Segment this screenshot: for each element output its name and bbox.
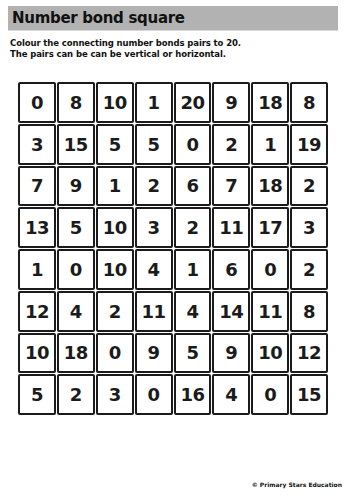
grid-cell-r3c2[interactable]: 9 xyxy=(57,166,95,207)
grid-cell-r1c1[interactable]: 0 xyxy=(18,82,56,123)
grid-cell-r1c8[interactable]: 8 xyxy=(290,82,328,123)
grid-cell-r7c2[interactable]: 18 xyxy=(57,333,95,374)
grid-cell-r6c7[interactable]: 11 xyxy=(251,291,289,332)
grid-cell-r8c1[interactable]: 5 xyxy=(18,374,56,415)
grid-cell-r5c1[interactable]: 1 xyxy=(18,249,56,290)
grid-cell-r5c2[interactable]: 0 xyxy=(57,249,95,290)
grid-cell-r5c6[interactable]: 6 xyxy=(212,249,250,290)
grid-cell-r4c1[interactable]: 13 xyxy=(18,207,56,248)
worksheet-page: Number bond square Colour the connecting… xyxy=(0,0,346,500)
grid-cell-r7c5[interactable]: 5 xyxy=(174,333,212,374)
grid-cell-r2c6[interactable]: 2 xyxy=(212,124,250,165)
grid-cell-r3c6[interactable]: 7 xyxy=(212,166,250,207)
grid-cell-r5c5[interactable]: 1 xyxy=(174,249,212,290)
grid-cell-r8c3[interactable]: 3 xyxy=(96,374,134,415)
grid-cell-r7c1[interactable]: 10 xyxy=(18,333,56,374)
grid-cell-r1c7[interactable]: 18 xyxy=(251,82,289,123)
grid-cell-r6c6[interactable]: 14 xyxy=(212,291,250,332)
grid-cell-r8c5[interactable]: 16 xyxy=(174,374,212,415)
grid-cell-r1c4[interactable]: 1 xyxy=(135,82,173,123)
grid-cell-r3c8[interactable]: 2 xyxy=(290,166,328,207)
grid-cell-r3c4[interactable]: 2 xyxy=(135,166,173,207)
grid-cell-r4c5[interactable]: 2 xyxy=(174,207,212,248)
bond-grid: 0810120918831555021197912671821351032111… xyxy=(18,82,328,415)
grid-cell-r8c4[interactable]: 0 xyxy=(135,374,173,415)
grid-cell-r1c5[interactable]: 20 xyxy=(174,82,212,123)
grid-cell-r1c3[interactable]: 10 xyxy=(96,82,134,123)
grid-cell-r4c7[interactable]: 17 xyxy=(251,207,289,248)
grid-cell-r3c5[interactable]: 6 xyxy=(174,166,212,207)
grid-cell-r2c4[interactable]: 5 xyxy=(135,124,173,165)
grid-cell-r8c6[interactable]: 4 xyxy=(212,374,250,415)
grid-cell-r4c4[interactable]: 3 xyxy=(135,207,173,248)
grid-cell-r2c3[interactable]: 5 xyxy=(96,124,134,165)
instruction-line-2: The pairs can be can be vertical or hori… xyxy=(10,49,241,60)
grid-cell-r6c8[interactable]: 8 xyxy=(290,291,328,332)
grid-cell-r3c1[interactable]: 7 xyxy=(18,166,56,207)
grid-cell-r6c5[interactable]: 4 xyxy=(174,291,212,332)
grid-cell-r7c4[interactable]: 9 xyxy=(135,333,173,374)
grid-cell-r8c8[interactable]: 15 xyxy=(290,374,328,415)
grid-cell-r6c4[interactable]: 11 xyxy=(135,291,173,332)
grid-cell-r6c3[interactable]: 2 xyxy=(96,291,134,332)
page-title: Number bond square xyxy=(12,9,185,27)
title-bar: Number bond square xyxy=(8,6,338,31)
grid-cell-r5c7[interactable]: 0 xyxy=(251,249,289,290)
grid-cell-r6c2[interactable]: 4 xyxy=(57,291,95,332)
copyright-footer: © Primary Stars Education xyxy=(252,481,342,488)
grid-cell-r7c6[interactable]: 9 xyxy=(212,333,250,374)
instructions: Colour the connecting number bonds pairs… xyxy=(10,38,241,59)
grid-cell-r7c3[interactable]: 0 xyxy=(96,333,134,374)
grid-cell-r7c7[interactable]: 10 xyxy=(251,333,289,374)
grid-cell-r4c6[interactable]: 11 xyxy=(212,207,250,248)
grid-cell-r5c8[interactable]: 2 xyxy=(290,249,328,290)
grid-cell-r2c2[interactable]: 15 xyxy=(57,124,95,165)
grid-cell-r2c5[interactable]: 0 xyxy=(174,124,212,165)
grid-cell-r3c7[interactable]: 18 xyxy=(251,166,289,207)
grid-cell-r1c6[interactable]: 9 xyxy=(212,82,250,123)
grid-cell-r2c7[interactable]: 1 xyxy=(251,124,289,165)
grid-cell-r3c3[interactable]: 1 xyxy=(96,166,134,207)
instruction-line-1: Colour the connecting number bonds pairs… xyxy=(10,38,241,49)
grid-cell-r4c8[interactable]: 3 xyxy=(290,207,328,248)
grid-cell-r5c3[interactable]: 10 xyxy=(96,249,134,290)
grid-cell-r5c4[interactable]: 4 xyxy=(135,249,173,290)
grid-cell-r1c2[interactable]: 8 xyxy=(57,82,95,123)
grid-cell-r6c1[interactable]: 12 xyxy=(18,291,56,332)
grid-cell-r4c2[interactable]: 5 xyxy=(57,207,95,248)
grid-cell-r2c8[interactable]: 19 xyxy=(290,124,328,165)
grid-cell-r7c8[interactable]: 12 xyxy=(290,333,328,374)
grid-cell-r8c2[interactable]: 2 xyxy=(57,374,95,415)
grid-cell-r8c7[interactable]: 0 xyxy=(251,374,289,415)
grid-cell-r4c3[interactable]: 10 xyxy=(96,207,134,248)
grid-cell-r2c1[interactable]: 3 xyxy=(18,124,56,165)
